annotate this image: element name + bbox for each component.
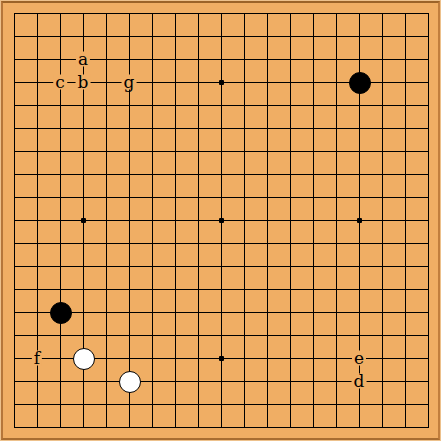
grid-line-vertical [313, 13, 314, 428]
grid-line-horizontal [14, 266, 429, 267]
grid-line-horizontal [14, 381, 429, 382]
grid-line-horizontal [14, 404, 429, 405]
point-label-f: f [32, 351, 42, 366]
go-board: abcgfed●●○○ [1, 1, 440, 440]
grid-line-horizontal [14, 312, 429, 313]
point-label-d: d [352, 374, 367, 389]
grid-line-vertical [244, 13, 245, 428]
grid-line-vertical [290, 13, 291, 428]
grid-line-vertical [267, 13, 268, 428]
grid-line-vertical [382, 13, 383, 428]
star-point [357, 218, 362, 223]
black-stone: ● [50, 302, 72, 324]
point-label-b: b [76, 75, 91, 90]
grid-line-vertical [428, 13, 429, 428]
black-stone: ● [349, 72, 371, 94]
white-stone: ○ [119, 371, 141, 393]
point-label-e: e [352, 351, 366, 366]
white-stone: ○ [73, 348, 95, 370]
point-label-c: c [53, 75, 67, 90]
board-frame: abcgfed●●○○ [0, 0, 441, 441]
star-point [219, 80, 224, 85]
grid-line-horizontal [14, 335, 429, 336]
grid-line-horizontal [14, 243, 429, 244]
star-point [219, 218, 224, 223]
grid-line-vertical [405, 13, 406, 428]
point-label-g: g [122, 75, 137, 90]
grid-line-horizontal [14, 289, 429, 290]
point-label-a: a [76, 52, 90, 67]
star-point [81, 218, 86, 223]
grid-line-vertical [336, 13, 337, 428]
star-point [219, 356, 224, 361]
grid-line-horizontal [14, 427, 429, 428]
